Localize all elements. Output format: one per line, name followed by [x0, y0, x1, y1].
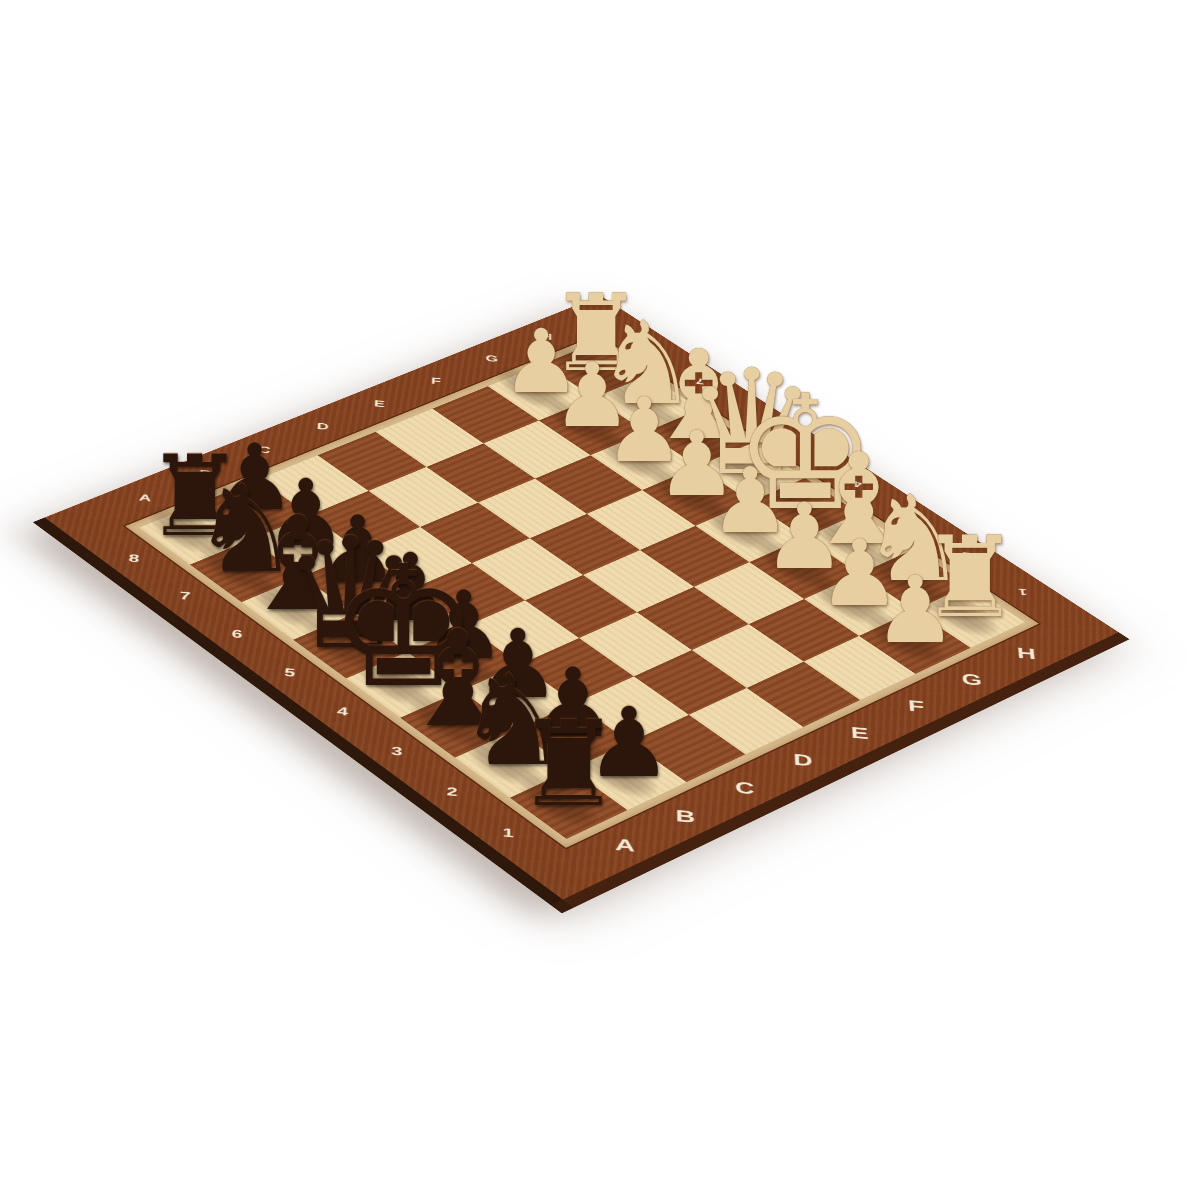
rank-label-top-5: 5: [800, 445, 809, 454]
file-label-right-H: H: [1016, 645, 1036, 662]
rank-label-bottom-8: 8: [129, 552, 141, 564]
rank-label-bottom-4: 4: [337, 705, 349, 717]
rank-label-bottom-5: 5: [284, 666, 296, 678]
rank-label-top-4: 4: [853, 479, 862, 488]
photo-canvas: HH88GG77FF66EE55DD44CC33BB22AA11 ♜♞♝♛♚♝♞…: [0, 0, 1200, 1200]
rank-label-bottom-3: 3: [391, 745, 403, 758]
file-label-left-B: B: [199, 468, 212, 478]
file-label-left-C: C: [258, 445, 271, 455]
rank-label-bottom-1: 1: [502, 826, 513, 839]
file-label-left-A: A: [139, 492, 152, 502]
rank-label-top-8: 8: [645, 343, 653, 352]
rank-label-top-3: 3: [907, 515, 916, 524]
chessboard: HH88GG77FF66EE55DD44CC33BB22AA11: [45, 296, 1119, 900]
rank-label-top-2: 2: [962, 550, 972, 560]
file-label-right-D: D: [792, 751, 812, 768]
file-label-right-G: G: [960, 671, 982, 688]
rank-label-top-7: 7: [696, 377, 705, 386]
file-label-right-A: A: [615, 836, 635, 854]
rank-label-bottom-6: 6: [231, 628, 243, 640]
file-label-left-H: H: [540, 332, 552, 341]
board-stage: HH88GG77FF66EE55DD44CC33BB22AA11: [201, 193, 965, 957]
rank-label-bottom-7: 7: [180, 590, 192, 602]
rank-label-bottom-2: 2: [447, 785, 459, 798]
file-label-left-D: D: [316, 421, 328, 431]
file-label-left-F: F: [431, 376, 441, 386]
rank-label-top-1: 1: [1018, 587, 1028, 597]
file-label-right-E: E: [850, 724, 869, 741]
file-label-right-B: B: [675, 807, 695, 825]
file-label-right-F: F: [907, 697, 924, 714]
rank-label-top-6: 6: [748, 410, 757, 419]
file-label-left-G: G: [485, 354, 498, 364]
file-label-left-E: E: [374, 399, 385, 409]
file-label-right-C: C: [734, 779, 754, 797]
